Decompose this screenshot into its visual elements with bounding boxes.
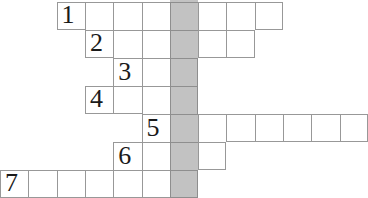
clue-number: 6 <box>118 143 131 169</box>
letter-cell-r5c7[interactable] <box>198 142 226 170</box>
crossword-board: 1234567 <box>0 0 368 198</box>
letter-cell-r3c4[interactable] <box>113 86 141 114</box>
letter-cell-r4c7[interactable] <box>198 114 226 142</box>
letter-cell-r4c8[interactable] <box>226 114 254 142</box>
letter-cell-r1c4[interactable] <box>113 30 141 58</box>
clue-start-cell-r1c3[interactable]: 2 <box>85 30 113 58</box>
clue-start-cell-r0c2[interactable]: 1 <box>57 2 85 30</box>
crossword-grid: 1234567 <box>0 2 368 198</box>
letter-cell-r6c1[interactable] <box>28 170 56 198</box>
letter-cell-r6c3[interactable] <box>85 170 113 198</box>
solution-cell-r1c6[interactable] <box>170 30 198 58</box>
solution-cell-r0c6[interactable] <box>170 2 198 30</box>
clue-number: 1 <box>62 2 75 28</box>
clue-start-cell-r2c4[interactable]: 3 <box>113 58 141 86</box>
letter-cell-r0c4[interactable] <box>113 2 141 30</box>
clue-number: 5 <box>147 115 160 141</box>
letter-cell-r0c7[interactable] <box>198 2 226 30</box>
letter-cell-r0c8[interactable] <box>226 2 254 30</box>
letter-cell-r6c2[interactable] <box>57 170 85 198</box>
solution-cell-r2c6[interactable] <box>170 58 198 86</box>
letter-cell-r6c5[interactable] <box>142 170 170 198</box>
letter-cell-r4c11[interactable] <box>311 114 339 142</box>
clue-number: 4 <box>90 86 103 112</box>
letter-cell-r0c5[interactable] <box>142 2 170 30</box>
letter-cell-r1c5[interactable] <box>142 30 170 58</box>
clue-start-cell-r4c5[interactable]: 5 <box>142 114 170 142</box>
letter-cell-r3c5[interactable] <box>142 86 170 114</box>
clue-start-cell-r5c4[interactable]: 6 <box>113 142 141 170</box>
solution-cell-r6c6[interactable] <box>170 170 198 198</box>
clue-start-cell-r6c0[interactable]: 7 <box>0 170 28 198</box>
clue-start-cell-r3c3[interactable]: 4 <box>85 86 113 114</box>
letter-cell-r1c7[interactable] <box>198 30 226 58</box>
solution-cell-r5c6[interactable] <box>170 142 198 170</box>
letter-cell-r0c9[interactable] <box>255 2 283 30</box>
letter-cell-r4c10[interactable] <box>283 114 311 142</box>
letter-cell-r0c3[interactable] <box>85 2 113 30</box>
letter-cell-r5c5[interactable] <box>142 142 170 170</box>
clue-number: 3 <box>118 59 131 85</box>
letter-cell-r1c8[interactable] <box>226 30 254 58</box>
solution-cell-r3c6[interactable] <box>170 86 198 114</box>
letter-cell-r2c5[interactable] <box>142 58 170 86</box>
letter-cell-r4c9[interactable] <box>255 114 283 142</box>
clue-number: 2 <box>90 30 103 56</box>
solution-cell-r4c6[interactable] <box>170 114 198 142</box>
letter-cell-r6c4[interactable] <box>113 170 141 198</box>
clue-number: 7 <box>5 170 18 196</box>
letter-cell-r4c12[interactable] <box>340 114 368 142</box>
